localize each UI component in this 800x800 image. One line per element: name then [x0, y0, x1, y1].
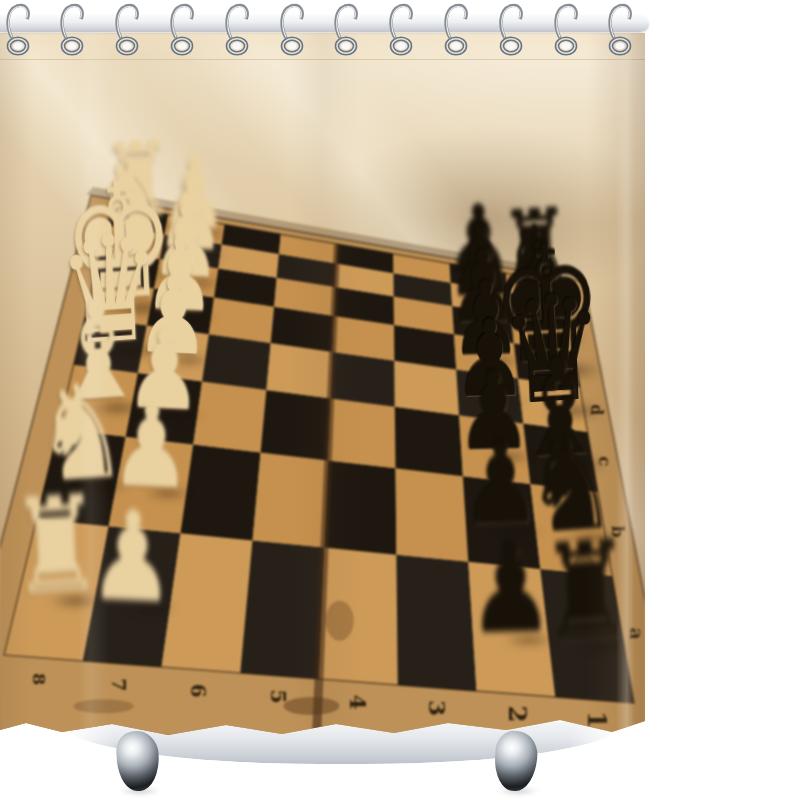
curtain-hook-icon — [332, 1, 360, 59]
curtain-hook-icon — [442, 1, 470, 59]
shower-curtain: 87654321abcd ♜♞♝♛♚♝♞♜♟♟♟♟♟♟♟♟♟♟♟♟♟♟♟♟♜♞♝… — [0, 33, 645, 737]
bathtub-claw-foot-right — [493, 730, 538, 792]
curtain-hook — [113, 1, 141, 59]
curtain-hook — [332, 1, 360, 59]
curtain-hook — [168, 1, 196, 59]
curtain-hook-icon — [497, 1, 525, 59]
curtain-hook — [497, 1, 525, 59]
curtain-hook-icon — [113, 1, 141, 59]
curtain-hook — [442, 1, 470, 59]
curtain-hook-icon — [223, 1, 251, 59]
curtain-hook — [278, 1, 306, 59]
curtain-hook — [606, 1, 634, 59]
curtain-hook-icon — [4, 1, 32, 59]
curtain-hook-icon — [168, 1, 196, 59]
curtain-hook-icon — [552, 1, 580, 59]
black-rook: ♜ — [538, 523, 635, 661]
shower-curtain-mockup: { "scene": { "type": "shower-curtain-pro… — [0, 0, 800, 800]
curtain-hook — [58, 1, 86, 59]
curtain-hooks — [0, 0, 660, 60]
curtain-hook — [552, 1, 580, 59]
curtain-hook-icon — [278, 1, 306, 59]
curtain-hook-icon — [606, 1, 634, 59]
curtain-hook — [4, 1, 32, 59]
curtain-hook — [387, 1, 415, 59]
white-pawn: ♟ — [87, 493, 176, 620]
curtain-hook — [223, 1, 251, 59]
chess-pieces-layer: ♜♞♝♛♚♝♞♜♟♟♟♟♟♟♟♟♟♟♟♟♟♟♟♟♜♞♝♛♚♝♞♜ — [0, 33, 645, 737]
curtain-hook-icon — [58, 1, 86, 59]
curtain-hook-icon — [387, 1, 415, 59]
